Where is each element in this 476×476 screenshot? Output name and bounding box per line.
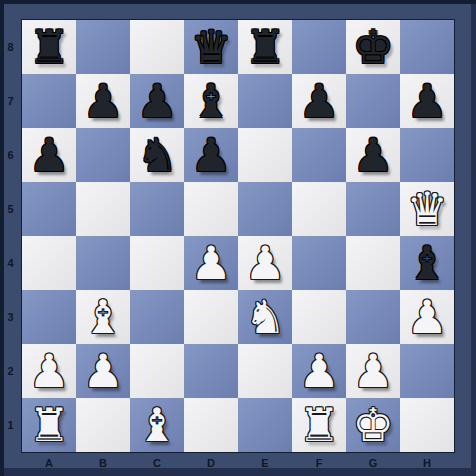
square-c1[interactable]: ♝ bbox=[130, 398, 184, 452]
rank-label-5: 5 bbox=[0, 182, 21, 236]
rank-label-8: 8 bbox=[0, 20, 21, 74]
piece-black-rook-a8[interactable]: ♜ bbox=[22, 20, 76, 74]
square-b4[interactable] bbox=[76, 236, 130, 290]
piece-white-pawn-a2[interactable]: ♟ bbox=[22, 344, 76, 398]
square-f6[interactable] bbox=[292, 128, 346, 182]
square-d4[interactable]: ♟ bbox=[184, 236, 238, 290]
square-g3[interactable] bbox=[346, 290, 400, 344]
square-h7[interactable]: ♟ bbox=[400, 74, 454, 128]
square-g4[interactable] bbox=[346, 236, 400, 290]
rank-label-6: 6 bbox=[0, 128, 21, 182]
square-h1[interactable] bbox=[400, 398, 454, 452]
square-a8[interactable]: ♜ bbox=[22, 20, 76, 74]
square-f4[interactable] bbox=[292, 236, 346, 290]
square-f3[interactable] bbox=[292, 290, 346, 344]
square-f2[interactable]: ♟ bbox=[292, 344, 346, 398]
board: ♜♛♜♚♟♟♝♟♟♟♞♟♟♛♟♟♝♝♞♟♟♟♟♟♜♝♜♚ bbox=[21, 19, 455, 453]
file-label-g: G bbox=[346, 456, 400, 470]
rank-label-2: 2 bbox=[0, 344, 21, 398]
rank-label-7: 7 bbox=[0, 74, 21, 128]
square-c2[interactable] bbox=[130, 344, 184, 398]
file-label-a: A bbox=[22, 456, 76, 470]
piece-black-queen-d8[interactable]: ♛ bbox=[184, 20, 238, 74]
square-e3[interactable]: ♞ bbox=[238, 290, 292, 344]
square-a3[interactable] bbox=[22, 290, 76, 344]
square-h8[interactable] bbox=[400, 20, 454, 74]
piece-black-pawn-g6[interactable]: ♟ bbox=[346, 128, 400, 182]
square-d6[interactable]: ♟ bbox=[184, 128, 238, 182]
square-g2[interactable]: ♟ bbox=[346, 344, 400, 398]
piece-white-pawn-h3[interactable]: ♟ bbox=[400, 290, 454, 344]
piece-white-queen-h5[interactable]: ♛ bbox=[400, 182, 454, 236]
piece-black-rook-e8[interactable]: ♜ bbox=[238, 20, 292, 74]
file-label-e: E bbox=[238, 456, 292, 470]
piece-black-bishop-h4[interactable]: ♝ bbox=[400, 236, 454, 290]
square-e7[interactable] bbox=[238, 74, 292, 128]
piece-black-knight-c6[interactable]: ♞ bbox=[130, 128, 184, 182]
square-a2[interactable]: ♟ bbox=[22, 344, 76, 398]
square-d5[interactable] bbox=[184, 182, 238, 236]
piece-black-bishop-d7[interactable]: ♝ bbox=[184, 74, 238, 128]
square-d8[interactable]: ♛ bbox=[184, 20, 238, 74]
piece-white-pawn-f2[interactable]: ♟ bbox=[292, 344, 346, 398]
file-label-f: F bbox=[292, 456, 346, 470]
square-e4[interactable]: ♟ bbox=[238, 236, 292, 290]
square-a6[interactable]: ♟ bbox=[22, 128, 76, 182]
square-a7[interactable] bbox=[22, 74, 76, 128]
square-c5[interactable] bbox=[130, 182, 184, 236]
square-f1[interactable]: ♜ bbox=[292, 398, 346, 452]
piece-white-rook-f1[interactable]: ♜ bbox=[292, 398, 346, 452]
piece-white-knight-e3[interactable]: ♞ bbox=[238, 290, 292, 344]
square-f5[interactable] bbox=[292, 182, 346, 236]
square-b5[interactable] bbox=[76, 182, 130, 236]
piece-white-bishop-c1[interactable]: ♝ bbox=[130, 398, 184, 452]
piece-black-pawn-h7[interactable]: ♟ bbox=[400, 74, 454, 128]
square-b2[interactable]: ♟ bbox=[76, 344, 130, 398]
rank-label-3: 3 bbox=[0, 290, 21, 344]
piece-white-rook-a1[interactable]: ♜ bbox=[22, 398, 76, 452]
file-label-d: D bbox=[184, 456, 238, 470]
piece-black-pawn-c7[interactable]: ♟ bbox=[130, 74, 184, 128]
square-c3[interactable] bbox=[130, 290, 184, 344]
square-g6[interactable]: ♟ bbox=[346, 128, 400, 182]
chess-diagram-frame: ♜♛♜♚♟♟♝♟♟♟♞♟♟♛♟♟♝♝♞♟♟♟♟♟♜♝♜♚ 87654321 AB… bbox=[0, 0, 476, 476]
square-h3[interactable]: ♟ bbox=[400, 290, 454, 344]
piece-white-pawn-d4[interactable]: ♟ bbox=[184, 236, 238, 290]
square-e8[interactable]: ♜ bbox=[238, 20, 292, 74]
file-label-h: H bbox=[400, 456, 454, 470]
square-b1[interactable] bbox=[76, 398, 130, 452]
piece-white-bishop-b3[interactable]: ♝ bbox=[76, 290, 130, 344]
rank-label-4: 4 bbox=[0, 236, 21, 290]
square-f8[interactable] bbox=[292, 20, 346, 74]
square-g7[interactable] bbox=[346, 74, 400, 128]
square-d7[interactable]: ♝ bbox=[184, 74, 238, 128]
square-e5[interactable] bbox=[238, 182, 292, 236]
square-a4[interactable] bbox=[22, 236, 76, 290]
piece-black-king-g8[interactable]: ♚ bbox=[346, 20, 400, 74]
square-e2[interactable] bbox=[238, 344, 292, 398]
square-b3[interactable]: ♝ bbox=[76, 290, 130, 344]
square-c8[interactable] bbox=[130, 20, 184, 74]
piece-black-pawn-a6[interactable]: ♟ bbox=[22, 128, 76, 182]
square-b7[interactable]: ♟ bbox=[76, 74, 130, 128]
square-a1[interactable]: ♜ bbox=[22, 398, 76, 452]
file-label-b: B bbox=[76, 456, 130, 470]
piece-white-pawn-e4[interactable]: ♟ bbox=[238, 236, 292, 290]
square-h5[interactable]: ♛ bbox=[400, 182, 454, 236]
piece-black-pawn-f7[interactable]: ♟ bbox=[292, 74, 346, 128]
square-g5[interactable] bbox=[346, 182, 400, 236]
rank-label-1: 1 bbox=[0, 398, 21, 452]
square-g1[interactable]: ♚ bbox=[346, 398, 400, 452]
square-g8[interactable]: ♚ bbox=[346, 20, 400, 74]
piece-black-pawn-b7[interactable]: ♟ bbox=[76, 74, 130, 128]
square-c7[interactable]: ♟ bbox=[130, 74, 184, 128]
piece-black-pawn-d6[interactable]: ♟ bbox=[184, 128, 238, 182]
square-d3[interactable] bbox=[184, 290, 238, 344]
square-h4[interactable]: ♝ bbox=[400, 236, 454, 290]
square-a5[interactable] bbox=[22, 182, 76, 236]
square-b8[interactable] bbox=[76, 20, 130, 74]
square-e6[interactable] bbox=[238, 128, 292, 182]
square-c4[interactable] bbox=[130, 236, 184, 290]
square-e1[interactable] bbox=[238, 398, 292, 452]
square-b6[interactable] bbox=[76, 128, 130, 182]
piece-white-king-g1[interactable]: ♚ bbox=[346, 398, 400, 452]
square-c6[interactable]: ♞ bbox=[130, 128, 184, 182]
piece-white-pawn-g2[interactable]: ♟ bbox=[346, 344, 400, 398]
piece-white-pawn-b2[interactable]: ♟ bbox=[76, 344, 130, 398]
square-f7[interactable]: ♟ bbox=[292, 74, 346, 128]
square-d2[interactable] bbox=[184, 344, 238, 398]
square-h2[interactable] bbox=[400, 344, 454, 398]
square-h6[interactable] bbox=[400, 128, 454, 182]
square-d1[interactable] bbox=[184, 398, 238, 452]
file-label-c: C bbox=[130, 456, 184, 470]
